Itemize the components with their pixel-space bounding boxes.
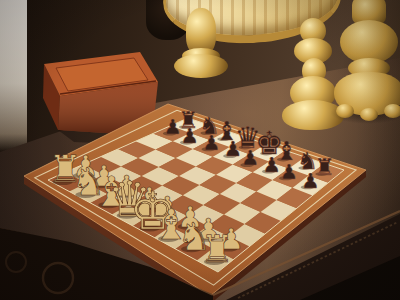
table-foreground (0, 0, 400, 300)
chess-photo-scene: ♜♞♝♛♚♝♞♜♟♟♟♟♟♟♟♟♟♟♟♟♟♟♟♟♜♞♝♛♚♝♞♜ (0, 0, 400, 300)
table-front-left-panel (0, 228, 213, 300)
